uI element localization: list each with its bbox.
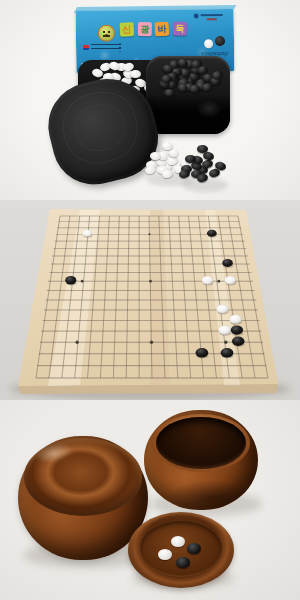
lid-stone-black	[176, 557, 190, 568]
brand-tile-3: 바	[154, 22, 169, 37]
wooden-lid-inner	[140, 521, 222, 577]
board-photo-section	[0, 200, 300, 400]
bowl-sheen-highlight	[196, 100, 222, 118]
box-photo-section: 신광바둑 singwang stone	[0, 0, 300, 200]
white-go-stone	[162, 142, 173, 150]
wooden-bowls-section	[0, 400, 300, 600]
brand-title-tiles: 신광바둑	[120, 22, 190, 39]
maker-emblem-icon	[194, 13, 199, 18]
brand-tile-1: 신	[120, 22, 135, 37]
white-stone-icon	[204, 39, 213, 48]
maker-emblem-text	[201, 14, 223, 16]
go-set-product-collage: 신광바둑 singwang stone	[0, 0, 300, 600]
black-stone-icon	[215, 36, 225, 46]
lid-stone-white	[171, 536, 185, 547]
white-go-stone	[150, 152, 161, 160]
go-board	[0, 200, 300, 400]
certification-flag-icon	[83, 45, 89, 50]
wooden-bowl-interior	[156, 417, 246, 469]
lid-stone-black	[187, 543, 201, 554]
fine-print-text	[91, 43, 121, 51]
lid-stone-white	[158, 549, 172, 560]
black-go-stone	[197, 145, 208, 153]
maker-emblem-text2	[207, 18, 217, 20]
wooden-lid-with-stones	[128, 512, 234, 588]
brand-tile-4: 둑	[172, 22, 186, 36]
smiley-face-logo	[98, 25, 115, 42]
brand-tile-2: 광	[137, 22, 151, 36]
